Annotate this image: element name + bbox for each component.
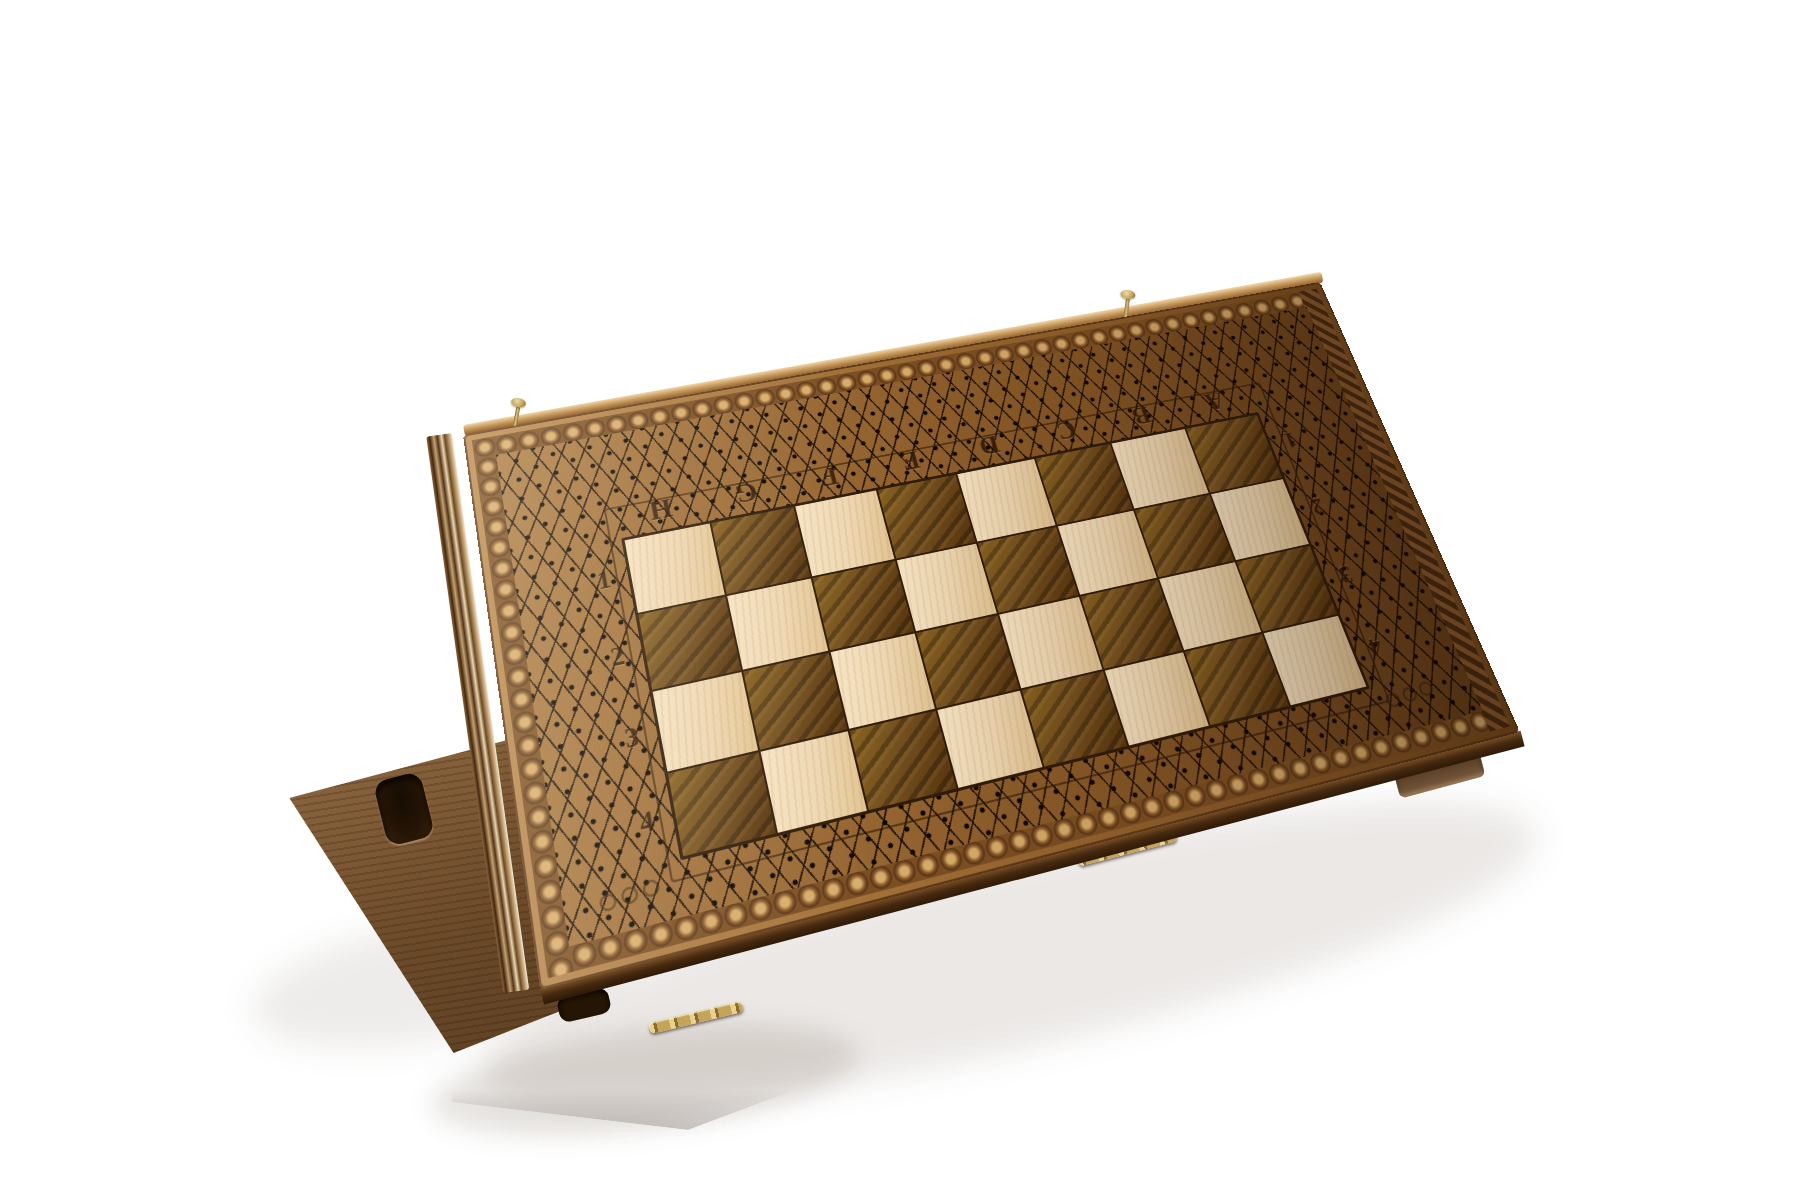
square-g4 [760, 731, 867, 833]
scene: HGFEDCBA 1234 1234 [0, 0, 1800, 1200]
latch-pin-head [1120, 289, 1136, 300]
square-h4 [668, 752, 776, 857]
latch-pin-head [510, 397, 526, 408]
